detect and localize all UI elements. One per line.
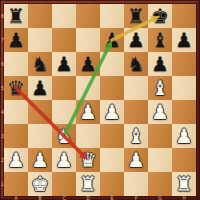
square-g7[interactable]: ♝ [148,28,172,52]
white-pawn-b2[interactable]: ♟ [28,148,52,172]
white-rook-d1[interactable]: ♜ [76,172,100,196]
square-h5[interactable] [172,76,196,100]
square-e5[interactable] [100,76,124,100]
square-b8[interactable] [28,4,52,28]
square-g8[interactable]: ♚ [148,4,172,28]
white-bishop-f3[interactable]: ♝ [124,124,148,148]
black-pawn-d6[interactable]: ♟ [76,52,100,76]
square-h2[interactable] [172,148,196,172]
square-f1[interactable] [124,172,148,196]
white-knight-c3[interactable]: ♞ [52,124,76,148]
white-rook-h1[interactable]: ♜ [172,172,196,196]
square-c8[interactable] [52,4,76,28]
white-pawn-e4[interactable]: ♟ [100,100,124,124]
square-d7[interactable] [76,28,100,52]
square-f5[interactable] [124,76,148,100]
square-b2[interactable]: ♟ [28,148,52,172]
square-f7[interactable]: ♟ [124,28,148,52]
chess-board-widget: ♜♜♚♟♟♟♝♟♞♟♟♞♟♛♟♝♟♟♟♞♝♟♟♟♟♛♟♚♜♜ 87654321A… [0,0,200,200]
square-g4[interactable]: ♟ [148,100,172,124]
square-e4[interactable]: ♟ [100,100,124,124]
square-h7[interactable]: ♟ [172,28,196,52]
square-d6[interactable]: ♟ [76,52,100,76]
square-e3[interactable] [100,124,124,148]
square-b5[interactable]: ♟ [28,76,52,100]
black-knight-b6[interactable]: ♞ [28,52,52,76]
square-d3[interactable] [76,124,100,148]
white-pawn-f2[interactable]: ♟ [124,148,148,172]
white-pawn-g4[interactable]: ♟ [148,100,172,124]
black-king-g8[interactable]: ♚ [148,4,172,28]
square-a7[interactable]: ♟ [4,28,28,52]
square-e6[interactable] [100,52,124,76]
black-pawn-h7[interactable]: ♟ [172,28,196,52]
square-h1[interactable]: ♜ [172,172,196,196]
square-g3[interactable] [148,124,172,148]
square-c2[interactable]: ♟ [52,148,76,172]
white-pawn-d4[interactable]: ♟ [76,100,100,124]
black-pawn-f7[interactable]: ♟ [124,28,148,52]
square-c4[interactable] [52,100,76,124]
square-g6[interactable]: ♟ [148,52,172,76]
square-d8[interactable] [76,4,100,28]
square-b7[interactable] [28,28,52,52]
black-pawn-e7[interactable]: ♟ [100,28,124,52]
square-f3[interactable]: ♝ [124,124,148,148]
chess-board: ♜♜♚♟♟♟♝♟♞♟♟♞♟♛♟♝♟♟♟♞♝♟♟♟♟♛♟♚♜♜ [4,4,196,196]
square-d4[interactable]: ♟ [76,100,100,124]
white-pawn-c2[interactable]: ♟ [52,148,76,172]
square-f2[interactable]: ♟ [124,148,148,172]
square-h6[interactable] [172,52,196,76]
square-c6[interactable]: ♟ [52,52,76,76]
square-b4[interactable] [28,100,52,124]
square-e2[interactable] [100,148,124,172]
square-a3[interactable] [4,124,28,148]
black-queen-a5[interactable]: ♛ [4,76,28,100]
square-g5[interactable]: ♝ [148,76,172,100]
square-b1[interactable]: ♚ [28,172,52,196]
black-pawn-a7[interactable]: ♟ [4,28,28,52]
square-e7[interactable]: ♟ [100,28,124,52]
square-c1[interactable] [52,172,76,196]
square-f8[interactable]: ♜ [124,4,148,28]
black-pawn-c6[interactable]: ♟ [52,52,76,76]
square-a5[interactable]: ♛ [4,76,28,100]
black-pawn-g6[interactable]: ♟ [148,52,172,76]
black-pawn-b5[interactable]: ♟ [28,76,52,100]
square-g1[interactable] [148,172,172,196]
square-a4[interactable] [4,100,28,124]
square-a6[interactable] [4,52,28,76]
square-d2[interactable]: ♛ [76,148,100,172]
square-f4[interactable] [124,100,148,124]
black-knight-f6[interactable]: ♞ [124,52,148,76]
white-pawn-a2[interactable]: ♟ [4,148,28,172]
white-queen-d2[interactable]: ♛ [76,148,100,172]
black-bishop-g7[interactable]: ♝ [148,28,172,52]
white-bishop-g5[interactable]: ♝ [148,76,172,100]
white-king-b1[interactable]: ♚ [28,172,52,196]
square-d1[interactable]: ♜ [76,172,100,196]
square-f6[interactable]: ♞ [124,52,148,76]
square-h3[interactable]: ♟ [172,124,196,148]
square-c7[interactable] [52,28,76,52]
square-h8[interactable] [172,4,196,28]
square-h4[interactable] [172,100,196,124]
square-b6[interactable]: ♞ [28,52,52,76]
square-g2[interactable] [148,148,172,172]
square-d5[interactable] [76,76,100,100]
square-a2[interactable]: ♟ [4,148,28,172]
white-pawn-h3[interactable]: ♟ [172,124,196,148]
square-b3[interactable] [28,124,52,148]
square-a1[interactable] [4,172,28,196]
square-e8[interactable] [100,4,124,28]
square-c3[interactable]: ♞ [52,124,76,148]
black-rook-a8[interactable]: ♜ [4,4,28,28]
square-a8[interactable]: ♜ [4,4,28,28]
black-rook-f8[interactable]: ♜ [124,4,148,28]
square-e1[interactable] [100,172,124,196]
square-c5[interactable] [52,76,76,100]
